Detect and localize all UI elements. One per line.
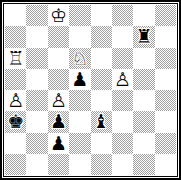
square-e2[interactable] [91,133,112,154]
square-c5[interactable] [48,69,69,90]
piece-white-pawn[interactable]: ♙ [114,70,131,89]
square-d1[interactable] [69,154,90,175]
square-f2[interactable] [112,133,133,154]
square-d8[interactable] [69,5,90,26]
square-f5[interactable]: ♙ [112,69,133,90]
square-c4[interactable]: ♙ [48,90,69,111]
piece-white-pawn[interactable]: ♙ [7,91,24,110]
square-b2[interactable] [26,133,47,154]
square-e6[interactable] [91,48,112,69]
square-e3[interactable]: ♝ [91,111,112,132]
square-c8[interactable]: ♔ [48,5,69,26]
square-f3[interactable] [112,111,133,132]
square-a1[interactable] [5,154,26,175]
chess-board: ♔♜♖♘♟♙♙♙♚♟♝♟ [5,5,176,175]
square-d2[interactable] [69,133,90,154]
square-h3[interactable] [155,111,176,132]
square-b7[interactable] [26,26,47,47]
piece-black-rook[interactable]: ♜ [135,27,152,46]
square-e8[interactable] [91,5,112,26]
square-a7[interactable] [5,26,26,47]
square-h5[interactable] [155,69,176,90]
square-d7[interactable] [69,26,90,47]
piece-white-king[interactable]: ♔ [50,6,67,25]
square-g8[interactable] [133,5,154,26]
square-g4[interactable] [133,90,154,111]
square-e7[interactable] [91,26,112,47]
square-h2[interactable] [155,133,176,154]
square-e5[interactable] [91,69,112,90]
square-b1[interactable] [26,154,47,175]
square-e4[interactable] [91,90,112,111]
square-h1[interactable] [155,154,176,175]
piece-black-pawn[interactable]: ♟ [71,70,88,89]
square-g2[interactable] [133,133,154,154]
square-f8[interactable] [112,5,133,26]
square-b5[interactable] [26,69,47,90]
square-c7[interactable] [48,26,69,47]
square-f6[interactable] [112,48,133,69]
square-f1[interactable] [112,154,133,175]
square-h7[interactable] [155,26,176,47]
square-d4[interactable] [69,90,90,111]
square-e1[interactable] [91,154,112,175]
square-b3[interactable] [26,111,47,132]
square-a2[interactable] [5,133,26,154]
square-d6[interactable]: ♘ [69,48,90,69]
square-h8[interactable] [155,5,176,26]
square-d5[interactable]: ♟ [69,69,90,90]
square-g5[interactable] [133,69,154,90]
chess-diagram: ♔♜♖♘♟♙♙♙♚♟♝♟ [0,0,181,180]
square-f4[interactable] [112,90,133,111]
square-b4[interactable] [26,90,47,111]
piece-black-pawn[interactable]: ♟ [50,134,67,153]
square-a5[interactable] [5,69,26,90]
square-d3[interactable] [69,111,90,132]
square-a3[interactable]: ♚ [5,111,26,132]
square-g6[interactable] [133,48,154,69]
square-c1[interactable] [48,154,69,175]
square-f7[interactable] [112,26,133,47]
square-a4[interactable]: ♙ [5,90,26,111]
piece-white-pawn[interactable]: ♙ [50,91,67,110]
square-h4[interactable] [155,90,176,111]
square-c2[interactable]: ♟ [48,133,69,154]
square-b8[interactable] [26,5,47,26]
square-g3[interactable] [133,111,154,132]
piece-black-king[interactable]: ♚ [7,112,24,131]
square-c6[interactable] [48,48,69,69]
square-g7[interactable]: ♜ [133,26,154,47]
square-h6[interactable] [155,48,176,69]
square-b6[interactable] [26,48,47,69]
piece-white-knight[interactable]: ♘ [71,49,88,68]
piece-white-rook[interactable]: ♖ [7,49,24,68]
piece-black-pawn[interactable]: ♟ [50,112,67,131]
square-g1[interactable] [133,154,154,175]
square-a6[interactable]: ♖ [5,48,26,69]
piece-black-bishop[interactable]: ♝ [93,112,110,131]
square-a8[interactable] [5,5,26,26]
square-c3[interactable]: ♟ [48,111,69,132]
